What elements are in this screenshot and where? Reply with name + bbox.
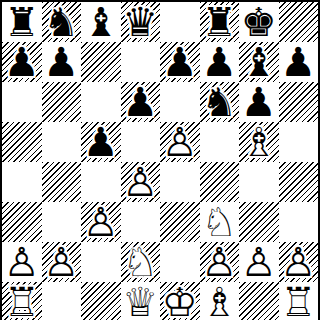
square-h2[interactable]: ♙ [279,242,319,282]
square-g6[interactable]: ♟ [239,82,279,122]
square-g2[interactable]: ♙ [239,242,279,282]
white-knight-f3[interactable]: ♘ [201,202,237,242]
square-c3[interactable]: ♙ [81,202,121,242]
white-bishop-g5[interactable]: ♗ [241,122,277,162]
black-knight-f6[interactable]: ♞ [201,82,237,122]
square-e2[interactable] [160,242,200,282]
square-b4[interactable] [42,162,82,202]
square-e4[interactable] [160,162,200,202]
square-a8[interactable]: ♜ [2,2,42,42]
square-h7[interactable]: ♟ [279,42,319,82]
white-bishop-f1[interactable]: ♗ [201,282,237,320]
black-rook-a8[interactable]: ♜ [4,2,40,42]
square-c6[interactable] [81,82,121,122]
square-c7[interactable] [81,42,121,82]
black-queen-d8[interactable]: ♛ [122,2,158,42]
square-g7[interactable]: ♝ [239,42,279,82]
black-pawn-h7[interactable]: ♟ [280,42,316,82]
square-b6[interactable] [42,82,82,122]
white-rook-a1[interactable]: ♖ [4,282,40,320]
square-f7[interactable]: ♟ [200,42,240,82]
square-b1[interactable] [42,282,82,320]
square-d4[interactable]: ♙ [121,162,161,202]
square-f8[interactable]: ♜ [200,2,240,42]
square-b3[interactable] [42,202,82,242]
square-a7[interactable]: ♟ [2,42,42,82]
square-g8[interactable]: ♚ [239,2,279,42]
square-a2[interactable]: ♙ [2,242,42,282]
white-pawn-g2[interactable]: ♙ [241,242,277,282]
white-king-e1[interactable]: ♔ [162,282,198,320]
square-e1[interactable]: ♔ [160,282,200,320]
chess-board: ♜♞♝♛♜♚♟♟♟♟♝♟♟♞♟♟♙♗♙♙♘♙♙♘♙♙♙♖♕♔♗♖ [0,0,320,320]
black-pawn-c5[interactable]: ♟ [83,122,119,162]
square-e7[interactable]: ♟ [160,42,200,82]
white-pawn-e5[interactable]: ♙ [162,122,198,162]
square-f1[interactable]: ♗ [200,282,240,320]
white-rook-h1[interactable]: ♖ [280,282,316,320]
black-pawn-a7[interactable]: ♟ [4,42,40,82]
black-bishop-c8[interactable]: ♝ [83,2,119,42]
square-h4[interactable] [279,162,319,202]
black-pawn-g6[interactable]: ♟ [241,82,277,122]
square-f5[interactable] [200,122,240,162]
square-b5[interactable] [42,122,82,162]
black-knight-b8[interactable]: ♞ [43,2,79,42]
square-a5[interactable] [2,122,42,162]
square-g4[interactable] [239,162,279,202]
white-queen-d1[interactable]: ♕ [122,282,158,320]
square-d1[interactable]: ♕ [121,282,161,320]
black-rook-f8[interactable]: ♜ [201,2,237,42]
square-d3[interactable] [121,202,161,242]
white-pawn-b2[interactable]: ♙ [43,242,79,282]
black-king-g8[interactable]: ♚ [241,2,277,42]
square-b2[interactable]: ♙ [42,242,82,282]
square-b7[interactable]: ♟ [42,42,82,82]
square-e5[interactable]: ♙ [160,122,200,162]
black-bishop-g7[interactable]: ♝ [241,42,277,82]
square-f6[interactable]: ♞ [200,82,240,122]
white-pawn-f2[interactable]: ♙ [201,242,237,282]
white-pawn-c3[interactable]: ♙ [83,202,119,242]
square-d8[interactable]: ♛ [121,2,161,42]
black-pawn-f7[interactable]: ♟ [201,42,237,82]
square-h1[interactable]: ♖ [279,282,319,320]
square-h5[interactable] [279,122,319,162]
square-g5[interactable]: ♗ [239,122,279,162]
square-f3[interactable]: ♘ [200,202,240,242]
square-c8[interactable]: ♝ [81,2,121,42]
white-pawn-a2[interactable]: ♙ [4,242,40,282]
square-h6[interactable] [279,82,319,122]
white-knight-d2[interactable]: ♘ [122,242,158,282]
black-pawn-d6[interactable]: ♟ [122,82,158,122]
black-pawn-e7[interactable]: ♟ [162,42,198,82]
square-g3[interactable] [239,202,279,242]
square-e8[interactable] [160,2,200,42]
square-c1[interactable] [81,282,121,320]
square-h8[interactable] [279,2,319,42]
white-pawn-h2[interactable]: ♙ [280,242,316,282]
white-pawn-d4[interactable]: ♙ [122,162,158,202]
square-a6[interactable] [2,82,42,122]
square-d7[interactable] [121,42,161,82]
square-a1[interactable]: ♖ [2,282,42,320]
square-f2[interactable]: ♙ [200,242,240,282]
black-pawn-b7[interactable]: ♟ [43,42,79,82]
square-f4[interactable] [200,162,240,202]
square-d2[interactable]: ♘ [121,242,161,282]
square-d6[interactable]: ♟ [121,82,161,122]
square-g1[interactable] [239,282,279,320]
square-h3[interactable] [279,202,319,242]
square-a4[interactable] [2,162,42,202]
square-d5[interactable] [121,122,161,162]
square-a3[interactable] [2,202,42,242]
square-b8[interactable]: ♞ [42,2,82,42]
square-c4[interactable] [81,162,121,202]
square-e6[interactable] [160,82,200,122]
square-c5[interactable]: ♟ [81,122,121,162]
square-e3[interactable] [160,202,200,242]
square-c2[interactable] [81,242,121,282]
